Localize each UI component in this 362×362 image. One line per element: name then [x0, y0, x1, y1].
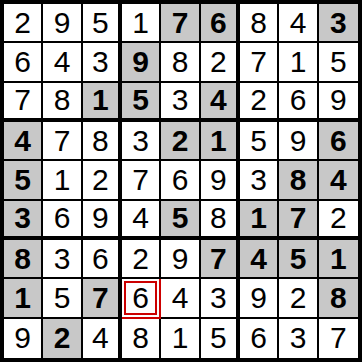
entry-digit: 8: [250, 8, 267, 38]
cell-r8c9[interactable]: 8: [319, 279, 358, 318]
given-digit: 4: [210, 85, 227, 115]
cell-r8c2[interactable]: 5: [43, 279, 82, 318]
cell-r6c1[interactable]: 3: [4, 201, 43, 240]
given-digit: 2: [54, 323, 71, 353]
cell-r8c7[interactable]: 9: [240, 279, 279, 318]
cell-r5c8[interactable]: 8: [279, 161, 318, 200]
entry-digit: 9: [54, 8, 71, 38]
given-digit: 1: [210, 126, 227, 156]
cell-r1c1[interactable]: 2: [4, 4, 43, 43]
entry-digit: 4: [92, 323, 109, 353]
cell-r4c5[interactable]: 2: [161, 122, 200, 161]
entry-digit: 3: [172, 85, 189, 115]
given-digit: 2: [172, 126, 189, 156]
given-digit: 1: [92, 85, 109, 115]
cell-r2c6[interactable]: 2: [201, 43, 240, 82]
entry-digit: 6: [132, 283, 149, 313]
cell-r6c3[interactable]: 9: [83, 201, 122, 240]
cell-r6c4[interactable]: 4: [122, 201, 161, 240]
cell-r4c3[interactable]: 8: [83, 122, 122, 161]
entry-digit: 2: [290, 283, 307, 313]
entry-digit: 8: [92, 126, 109, 156]
given-digit: 5: [132, 85, 149, 115]
entry-digit: 5: [210, 323, 227, 353]
cell-r4c8[interactable]: 9: [279, 122, 318, 161]
cell-r4c4[interactable]: 3: [122, 122, 161, 161]
cell-r5c9[interactable]: 4: [319, 161, 358, 200]
cell-r9c6[interactable]: 5: [201, 319, 240, 358]
given-digit: 4: [250, 244, 267, 274]
entry-digit: 3: [92, 47, 109, 77]
cell-r3c8[interactable]: 6: [279, 83, 318, 122]
cell-r4c6[interactable]: 1: [201, 122, 240, 161]
cell-r2c9[interactable]: 5: [319, 43, 358, 82]
entry-digit: 9: [14, 323, 31, 353]
cell-r5c4[interactable]: 7: [122, 161, 161, 200]
cell-r1c6[interactable]: 6: [201, 4, 240, 43]
cell-r8c6[interactable]: 3: [201, 279, 240, 318]
given-digit: 8: [330, 283, 347, 313]
cell-r6c8[interactable]: 7: [279, 201, 318, 240]
given-digit: 4: [14, 126, 31, 156]
cell-r9c4[interactable]: 8: [122, 319, 161, 358]
cell-r7c1[interactable]: 8: [4, 240, 43, 279]
entry-digit: 9: [92, 203, 109, 233]
entry-digit: 4: [54, 47, 71, 77]
cell-r1c7[interactable]: 8: [240, 4, 279, 43]
cell-r6c6[interactable]: 8: [201, 201, 240, 240]
cell-r9c2[interactable]: 2: [43, 319, 82, 358]
cell-r5c5[interactable]: 6: [161, 161, 200, 200]
entry-digit: 9: [172, 244, 189, 274]
entry-digit: 2: [210, 47, 227, 77]
given-digit: 7: [92, 283, 109, 313]
cell-r3c5[interactable]: 3: [161, 83, 200, 122]
entry-digit: 9: [210, 165, 227, 195]
sudoku-board: 2951768436439827157815342694783215965127…: [0, 0, 362, 362]
cell-r3c6[interactable]: 4: [201, 83, 240, 122]
entry-digit: 2: [330, 203, 347, 233]
given-digit: 4: [330, 165, 347, 195]
given-digit: 7: [210, 244, 227, 274]
cell-r9c5[interactable]: 1: [161, 319, 200, 358]
cell-r8c4[interactable]: 6: [122, 279, 161, 318]
entry-digit: 7: [330, 323, 347, 353]
entry-digit: 1: [132, 8, 149, 38]
cell-r3c9[interactable]: 9: [319, 83, 358, 122]
cell-r9c3[interactable]: 4: [83, 319, 122, 358]
cell-r2c8[interactable]: 1: [279, 43, 318, 82]
entry-digit: 9: [330, 85, 347, 115]
cell-r7c7[interactable]: 4: [240, 240, 279, 279]
cell-r6c9[interactable]: 2: [319, 201, 358, 240]
cell-r9c9[interactable]: 7: [319, 319, 358, 358]
entry-digit: 9: [250, 283, 267, 313]
entry-digit: 6: [92, 244, 109, 274]
entry-digit: 3: [250, 165, 267, 195]
entry-digit: 8: [54, 85, 71, 115]
cell-r8c1[interactable]: 1: [4, 279, 43, 318]
entry-digit: 7: [250, 47, 267, 77]
cell-r7c3[interactable]: 6: [83, 240, 122, 279]
given-digit: 6: [330, 126, 347, 156]
given-digit: 5: [290, 244, 307, 274]
entry-digit: 3: [210, 283, 227, 313]
given-digit: 8: [290, 165, 307, 195]
cell-r3c1[interactable]: 7: [4, 83, 43, 122]
cell-r9c8[interactable]: 3: [279, 319, 318, 358]
cell-r7c8[interactable]: 5: [279, 240, 318, 279]
cell-r2c7[interactable]: 7: [240, 43, 279, 82]
cell-r3c7[interactable]: 2: [240, 83, 279, 122]
entry-digit: 6: [250, 323, 267, 353]
cell-r5c6[interactable]: 9: [201, 161, 240, 200]
entry-digit: 4: [132, 203, 149, 233]
cell-r7c2[interactable]: 3: [43, 240, 82, 279]
entry-digit: 6: [54, 203, 71, 233]
cell-r5c7[interactable]: 3: [240, 161, 279, 200]
entry-digit: 6: [172, 165, 189, 195]
given-digit: 1: [330, 244, 347, 274]
cell-r4c9[interactable]: 6: [319, 122, 358, 161]
cell-r6c2[interactable]: 6: [43, 201, 82, 240]
cell-r8c8[interactable]: 2: [279, 279, 318, 318]
given-digit: 9: [132, 47, 149, 77]
given-digit: 7: [290, 203, 307, 233]
entry-digit: 2: [250, 85, 267, 115]
entry-digit: 5: [250, 126, 267, 156]
cell-r1c8[interactable]: 4: [279, 4, 318, 43]
given-digit: 5: [172, 203, 189, 233]
cell-r1c5[interactable]: 7: [161, 4, 200, 43]
entry-digit: 2: [14, 8, 31, 38]
cell-r1c4[interactable]: 1: [122, 4, 161, 43]
cell-r3c2[interactable]: 8: [43, 83, 82, 122]
cell-r5c3[interactable]: 2: [83, 161, 122, 200]
cell-r3c4[interactable]: 5: [122, 83, 161, 122]
given-digit: 3: [14, 203, 31, 233]
cell-r1c3[interactable]: 5: [83, 4, 122, 43]
cell-r7c6[interactable]: 7: [201, 240, 240, 279]
cell-r4c2[interactable]: 7: [43, 122, 82, 161]
entry-digit: 4: [290, 8, 307, 38]
entry-digit: 6: [290, 85, 307, 115]
entry-digit: 2: [92, 165, 109, 195]
given-digit: 1: [14, 283, 31, 313]
entry-digit: 1: [172, 323, 189, 353]
cell-r8c3[interactable]: 7: [83, 279, 122, 318]
cell-r3c3[interactable]: 1: [83, 83, 122, 122]
cell-r2c2[interactable]: 4: [43, 43, 82, 82]
cell-r5c1[interactable]: 5: [4, 161, 43, 200]
given-digit: 3: [330, 8, 347, 38]
cell-r2c4[interactable]: 9: [122, 43, 161, 82]
entry-digit: 4: [172, 283, 189, 313]
cell-r9c1[interactable]: 9: [4, 319, 43, 358]
cell-r1c2[interactable]: 9: [43, 4, 82, 43]
entry-digit: 5: [92, 8, 109, 38]
entry-digit: 2: [132, 244, 149, 274]
entry-digit: 9: [290, 126, 307, 156]
given-digit: 7: [172, 8, 189, 38]
cell-r9c7[interactable]: 6: [240, 319, 279, 358]
entry-digit: 5: [54, 283, 71, 313]
entry-digit: 8: [172, 47, 189, 77]
entry-digit: 7: [14, 85, 31, 115]
entry-digit: 7: [132, 165, 149, 195]
cell-r4c7[interactable]: 5: [240, 122, 279, 161]
given-digit: 8: [14, 244, 31, 274]
given-digit: 6: [210, 8, 227, 38]
cell-r6c5[interactable]: 5: [161, 201, 200, 240]
cell-r7c4[interactable]: 2: [122, 240, 161, 279]
entry-digit: 3: [54, 244, 71, 274]
cell-r2c5[interactable]: 8: [161, 43, 200, 82]
entry-digit: 1: [290, 47, 307, 77]
given-digit: 5: [14, 165, 31, 195]
cell-r1c9[interactable]: 3: [319, 4, 358, 43]
entry-digit: 3: [290, 323, 307, 353]
cell-r2c1[interactable]: 6: [4, 43, 43, 82]
entry-digit: 8: [210, 203, 227, 233]
cell-r7c5[interactable]: 9: [161, 240, 200, 279]
entry-digit: 5: [330, 47, 347, 77]
cell-r5c2[interactable]: 1: [43, 161, 82, 200]
cell-r8c5[interactable]: 4: [161, 279, 200, 318]
cell-r4c1[interactable]: 4: [4, 122, 43, 161]
cell-r6c7[interactable]: 1: [240, 201, 279, 240]
cell-r7c9[interactable]: 1: [319, 240, 358, 279]
entry-digit: 1: [54, 165, 71, 195]
entry-digit: 6: [14, 47, 31, 77]
entry-digit: 7: [54, 126, 71, 156]
given-digit: 1: [250, 203, 267, 233]
cell-r2c3[interactable]: 3: [83, 43, 122, 82]
entry-digit: 3: [132, 126, 149, 156]
entry-digit: 8: [132, 323, 149, 353]
